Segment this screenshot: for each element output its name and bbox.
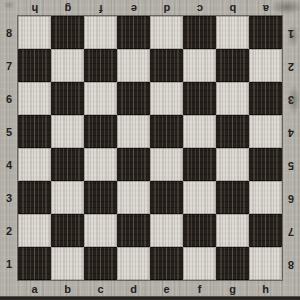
square-f7[interactable] [183, 49, 216, 82]
square-d8[interactable] [117, 16, 150, 49]
square-b6[interactable] [51, 82, 84, 115]
square-b1[interactable] [51, 247, 84, 280]
square-h1[interactable] [249, 247, 282, 280]
square-f8[interactable] [183, 16, 216, 49]
file-label-bottom-h: h [262, 284, 269, 295]
square-d5[interactable] [117, 115, 150, 148]
file-label-bottom-c: c [97, 284, 103, 295]
square-a8[interactable] [18, 16, 51, 49]
file-label-top-e: e [130, 3, 136, 14]
square-a2[interactable] [18, 214, 51, 247]
rank-label-right-2: 2 [288, 60, 294, 71]
square-g7[interactable] [216, 49, 249, 82]
square-g8[interactable] [216, 16, 249, 49]
square-h5[interactable] [249, 115, 282, 148]
square-g4[interactable] [216, 148, 249, 181]
square-e6[interactable] [150, 82, 183, 115]
square-c7[interactable] [84, 49, 117, 82]
square-h3[interactable] [249, 181, 282, 214]
rank-label-left-1: 1 [6, 258, 12, 269]
rank-label-left-5: 5 [6, 126, 12, 137]
square-h2[interactable] [249, 214, 282, 247]
file-label-bottom-f: f [198, 284, 202, 295]
rank-label-right-1: 1 [288, 27, 294, 38]
square-g5[interactable] [216, 115, 249, 148]
rank-label-right-8: 8 [288, 258, 294, 269]
square-f5[interactable] [183, 115, 216, 148]
square-f4[interactable] [183, 148, 216, 181]
board-edge-shadow [0, 296, 300, 300]
square-a5[interactable] [18, 115, 51, 148]
square-d4[interactable] [117, 148, 150, 181]
chessboard-photo: ha81gb72fc63ed54de45cf36bg27ah18 [0, 0, 300, 300]
square-c5[interactable] [84, 115, 117, 148]
square-b2[interactable] [51, 214, 84, 247]
file-label-top-d: d [163, 3, 170, 14]
square-e5[interactable] [150, 115, 183, 148]
square-d3[interactable] [117, 181, 150, 214]
square-a7[interactable] [18, 49, 51, 82]
file-label-top-c: c [196, 3, 202, 14]
rank-label-left-3: 3 [6, 192, 12, 203]
square-f6[interactable] [183, 82, 216, 115]
square-b8[interactable] [51, 16, 84, 49]
square-f1[interactable] [183, 247, 216, 280]
square-a1[interactable] [18, 247, 51, 280]
square-g6[interactable] [216, 82, 249, 115]
rank-label-left-4: 4 [6, 159, 12, 170]
square-d7[interactable] [117, 49, 150, 82]
square-d2[interactable] [117, 214, 150, 247]
square-c8[interactable] [84, 16, 117, 49]
rank-label-left-2: 2 [6, 225, 12, 236]
square-a3[interactable] [18, 181, 51, 214]
rank-label-left-8: 8 [6, 27, 12, 38]
file-label-bottom-a: a [31, 284, 37, 295]
rank-label-left-6: 6 [6, 93, 12, 104]
square-b4[interactable] [51, 148, 84, 181]
square-h8[interactable] [249, 16, 282, 49]
square-e4[interactable] [150, 148, 183, 181]
square-a6[interactable] [18, 82, 51, 115]
square-h6[interactable] [249, 82, 282, 115]
square-g1[interactable] [216, 247, 249, 280]
square-d6[interactable] [117, 82, 150, 115]
file-label-bottom-d: d [130, 284, 137, 295]
rank-label-right-6: 6 [288, 192, 294, 203]
square-c2[interactable] [84, 214, 117, 247]
square-h7[interactable] [249, 49, 282, 82]
square-a4[interactable] [18, 148, 51, 181]
chess-board [18, 16, 282, 280]
file-label-top-f: f [99, 3, 103, 14]
file-label-bottom-b: b [64, 284, 71, 295]
square-c6[interactable] [84, 82, 117, 115]
square-c4[interactable] [84, 148, 117, 181]
square-e1[interactable] [150, 247, 183, 280]
square-e7[interactable] [150, 49, 183, 82]
square-b3[interactable] [51, 181, 84, 214]
square-f2[interactable] [183, 214, 216, 247]
square-f3[interactable] [183, 181, 216, 214]
square-c3[interactable] [84, 181, 117, 214]
file-label-top-a: a [262, 3, 268, 14]
file-label-top-h: h [31, 3, 38, 14]
rank-label-right-4: 4 [288, 126, 294, 137]
square-e2[interactable] [150, 214, 183, 247]
file-label-top-b: b [229, 3, 236, 14]
square-h4[interactable] [249, 148, 282, 181]
rank-label-right-5: 5 [288, 159, 294, 170]
square-e8[interactable] [150, 16, 183, 49]
rank-label-right-3: 3 [288, 93, 294, 104]
square-b5[interactable] [51, 115, 84, 148]
file-label-bottom-g: g [229, 284, 236, 295]
square-c1[interactable] [84, 247, 117, 280]
square-g3[interactable] [216, 181, 249, 214]
square-e3[interactable] [150, 181, 183, 214]
file-label-top-g: g [64, 3, 71, 14]
file-label-bottom-e: e [163, 284, 169, 295]
square-d1[interactable] [117, 247, 150, 280]
square-b7[interactable] [51, 49, 84, 82]
rank-label-left-7: 7 [6, 60, 12, 71]
square-g2[interactable] [216, 214, 249, 247]
rank-label-right-7: 7 [288, 225, 294, 236]
